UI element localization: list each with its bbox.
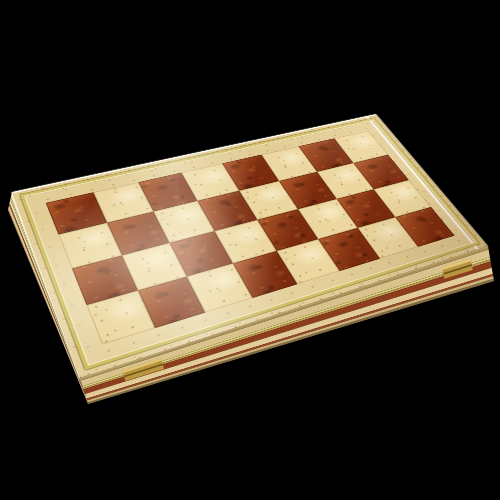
chess-case-photo: [0, 0, 500, 500]
